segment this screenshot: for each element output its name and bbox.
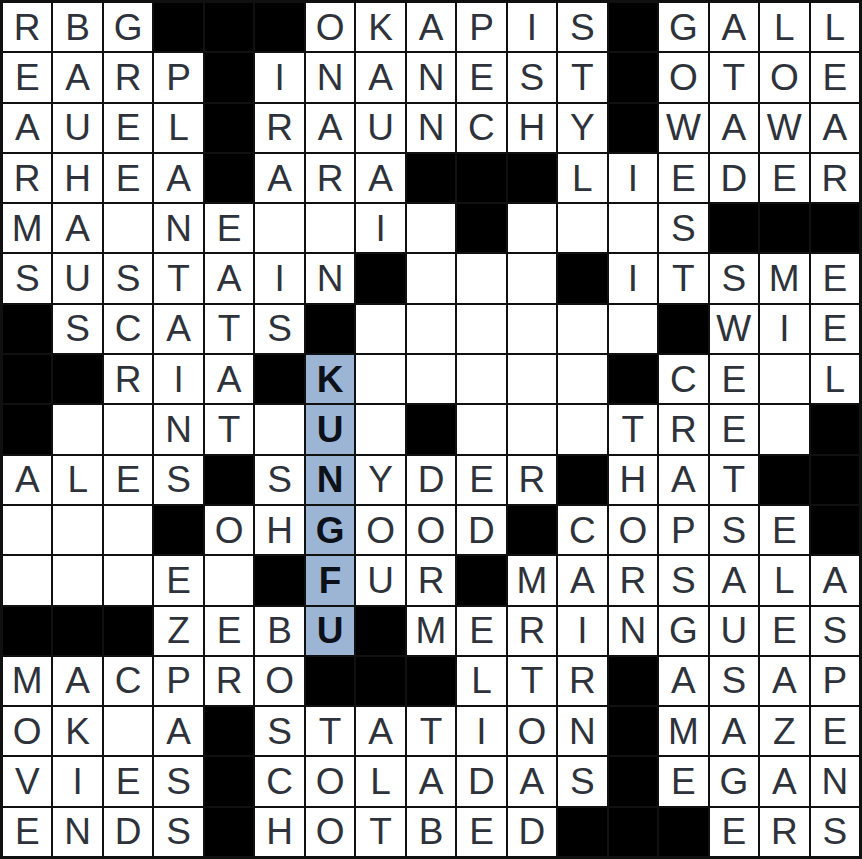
cell-r10c13[interactable]: H <box>609 456 657 504</box>
cell-letter: R <box>569 662 596 699</box>
cell-r2c17[interactable]: E <box>811 53 859 101</box>
cell-r8c8[interactable] <box>356 355 404 403</box>
cell-r16c2[interactable]: I <box>53 757 101 805</box>
black-square-r7c14 <box>659 305 707 353</box>
cell-r15c3[interactable] <box>104 707 152 755</box>
cell-r8c15[interactable]: E <box>710 355 758 403</box>
cell-r5c5[interactable]: E <box>205 204 253 252</box>
cell-r15c10[interactable]: I <box>457 707 505 755</box>
cell-r10c2[interactable]: L <box>53 456 101 504</box>
cell-letter: A <box>822 562 847 599</box>
cell-r2c2[interactable]: A <box>53 53 101 101</box>
cell-r1c1[interactable]: R <box>3 3 51 51</box>
cell-r12c7[interactable]: F <box>306 556 354 604</box>
cell-r16c8[interactable]: L <box>356 757 404 805</box>
cell-r12c13[interactable]: R <box>609 556 657 604</box>
cell-r1c8[interactable]: K <box>356 3 404 51</box>
cell-r16c11[interactable]: A <box>508 757 556 805</box>
cell-r13c14[interactable]: G <box>659 607 707 655</box>
cell-r11c8[interactable]: O <box>356 506 404 554</box>
cell-r7c13[interactable] <box>609 305 657 353</box>
cell-r2c7[interactable]: N <box>306 53 354 101</box>
cell-r2c12[interactable]: T <box>558 53 606 101</box>
cell-r6c15[interactable]: S <box>710 254 758 302</box>
cell-r7c11[interactable] <box>508 305 556 353</box>
cell-letter: C <box>115 310 142 347</box>
cell-r2c14[interactable]: O <box>659 53 707 101</box>
cell-r15c14[interactable]: M <box>659 707 707 755</box>
cell-r10c7[interactable]: N <box>306 456 354 504</box>
cell-r7c17[interactable]: E <box>811 305 859 353</box>
cell-r8c11[interactable] <box>508 355 556 403</box>
cell-r5c7[interactable] <box>306 204 354 252</box>
cell-r10c10[interactable]: E <box>457 456 505 504</box>
cell-r1c9[interactable]: A <box>407 3 455 51</box>
cell-r9c11[interactable] <box>508 405 556 453</box>
cell-r1c7[interactable]: O <box>306 3 354 51</box>
cell-letter: Z <box>773 713 796 750</box>
cell-letter: M <box>416 612 447 649</box>
cell-r8c16[interactable] <box>760 355 808 403</box>
cell-r7c12[interactable] <box>558 305 606 353</box>
cell-r4c4[interactable]: A <box>154 154 202 202</box>
cell-r2c8[interactable]: A <box>356 53 404 101</box>
cell-r13c17[interactable]: S <box>811 607 859 655</box>
cell-r12c4[interactable]: E <box>154 556 202 604</box>
cell-r8c4[interactable]: I <box>154 355 202 403</box>
cell-r7c2[interactable]: S <box>53 305 101 353</box>
cell-r16c12[interactable]: S <box>558 757 606 805</box>
black-square-r17c5 <box>205 808 253 856</box>
cell-r2c1[interactable]: E <box>3 53 51 101</box>
cell-r6c14[interactable]: T <box>659 254 707 302</box>
cell-r17c4[interactable]: S <box>154 808 202 856</box>
cell-r17c10[interactable]: E <box>457 808 505 856</box>
cell-r9c16[interactable] <box>760 405 808 453</box>
cell-r11c6[interactable]: H <box>255 506 303 554</box>
cell-r13c7[interactable]: U <box>306 607 354 655</box>
cell-letter: K <box>317 361 344 398</box>
cell-letter: T <box>622 411 645 448</box>
cell-r17c11[interactable]: D <box>508 808 556 856</box>
cell-r5c6[interactable] <box>255 204 303 252</box>
cell-r4c14[interactable]: E <box>659 154 707 202</box>
cell-r3c2[interactable]: U <box>53 104 101 152</box>
cell-r11c9[interactable]: O <box>407 506 455 554</box>
cell-r17c7[interactable]: O <box>306 808 354 856</box>
cell-letter: I <box>174 361 184 398</box>
cell-r16c16[interactable]: A <box>760 757 808 805</box>
black-square-r1c6 <box>255 3 303 51</box>
cell-r12c3[interactable] <box>104 556 152 604</box>
cell-r11c13[interactable]: O <box>609 506 657 554</box>
cell-r1c17[interactable]: L <box>811 3 859 51</box>
cell-r9c12[interactable] <box>558 405 606 453</box>
cell-letter: R <box>115 361 142 398</box>
cell-r16c6[interactable]: C <box>255 757 303 805</box>
cell-r13c10[interactable]: E <box>457 607 505 655</box>
cell-r2c4[interactable]: P <box>154 53 202 101</box>
cell-r6c1[interactable]: S <box>3 254 51 302</box>
cell-r6c9[interactable] <box>407 254 455 302</box>
cell-r13c12[interactable]: I <box>558 607 606 655</box>
cell-r17c17[interactable]: S <box>811 808 859 856</box>
cell-r3c1[interactable]: A <box>3 104 51 152</box>
cell-r17c16[interactable]: R <box>760 808 808 856</box>
cell-r12c5[interactable] <box>205 556 253 604</box>
cell-r11c3[interactable] <box>104 506 152 554</box>
cell-r7c10[interactable] <box>457 305 505 353</box>
cell-r5c2[interactable]: A <box>53 204 101 252</box>
cell-r15c8[interactable]: A <box>356 707 404 755</box>
cell-letter: E <box>15 813 40 850</box>
cell-r15c17[interactable]: E <box>811 707 859 755</box>
cell-letter: A <box>721 713 746 750</box>
cell-r13c5[interactable]: E <box>205 607 253 655</box>
cell-r9c15[interactable]: E <box>710 405 758 453</box>
cell-r5c11[interactable] <box>508 204 556 252</box>
cell-r15c15[interactable]: A <box>710 707 758 755</box>
cell-r7c5[interactable]: T <box>205 305 253 353</box>
cell-letter: I <box>274 260 284 297</box>
cell-r14c1[interactable]: M <box>3 657 51 705</box>
cell-r4c3[interactable]: E <box>104 154 152 202</box>
cell-r8c5[interactable]: A <box>205 355 253 403</box>
cell-letter: U <box>317 612 344 649</box>
cell-r4c13[interactable]: I <box>609 154 657 202</box>
black-square-r4c5 <box>205 154 253 202</box>
cell-letter: E <box>822 59 847 96</box>
cell-letter: N <box>569 713 596 750</box>
cell-r11c5[interactable]: O <box>205 506 253 554</box>
cell-r7c3[interactable]: C <box>104 305 152 353</box>
cell-r3c3[interactable]: E <box>104 104 152 152</box>
cell-r16c3[interactable]: E <box>104 757 152 805</box>
cell-r12c14[interactable]: S <box>659 556 707 604</box>
cell-letter: U <box>64 109 91 146</box>
cell-r12c11[interactable]: M <box>508 556 556 604</box>
cell-r16c4[interactable]: S <box>154 757 202 805</box>
cell-letter: N <box>620 612 647 649</box>
cell-r8c14[interactable]: C <box>659 355 707 403</box>
cell-r10c14[interactable]: A <box>659 456 707 504</box>
cell-r2c10[interactable]: E <box>457 53 505 101</box>
cell-r9c2[interactable] <box>53 405 101 453</box>
cell-r3c16[interactable]: W <box>760 104 808 152</box>
cell-r9c14[interactable]: R <box>659 405 707 453</box>
cell-r12c16[interactable]: L <box>760 556 808 604</box>
cell-r5c13[interactable] <box>609 204 657 252</box>
cell-r5c14[interactable]: S <box>659 204 707 252</box>
cell-letter: R <box>14 160 41 197</box>
cell-r8c3[interactable]: R <box>104 355 152 403</box>
cell-r7c8[interactable] <box>356 305 404 353</box>
cell-r14c14[interactable]: A <box>659 657 707 705</box>
cell-letter: W <box>767 109 802 146</box>
cell-letter: T <box>319 713 342 750</box>
cell-r2c16[interactable]: O <box>760 53 808 101</box>
cell-r15c2[interactable]: K <box>53 707 101 755</box>
cell-r17c1[interactable]: E <box>3 808 51 856</box>
cell-r6c2[interactable]: U <box>53 254 101 302</box>
cell-letter: A <box>368 160 393 197</box>
cell-r1c3[interactable]: G <box>104 3 152 51</box>
cell-r17c3[interactable]: D <box>104 808 152 856</box>
cell-r1c10[interactable]: P <box>457 3 505 51</box>
cell-r9c13[interactable]: T <box>609 405 657 453</box>
cell-r16c1[interactable]: V <box>3 757 51 805</box>
cell-letter: A <box>15 109 40 146</box>
cell-r17c15[interactable]: E <box>710 808 758 856</box>
cell-r15c1[interactable]: O <box>3 707 51 755</box>
cell-r6c4[interactable]: T <box>154 254 202 302</box>
cell-letter: I <box>577 612 587 649</box>
cell-r10c11[interactable]: R <box>508 456 556 504</box>
cell-r17c2[interactable]: N <box>53 808 101 856</box>
cell-letter: S <box>166 763 191 800</box>
cell-r13c13[interactable]: N <box>609 607 657 655</box>
black-square-r3c5 <box>205 104 253 152</box>
cell-r6c5[interactable]: A <box>205 254 253 302</box>
cell-r11c7[interactable]: G <box>306 506 354 554</box>
cell-r8c7[interactable]: K <box>306 355 354 403</box>
cell-r15c16[interactable]: Z <box>760 707 808 755</box>
black-square-r17c14 <box>659 808 707 856</box>
cell-r14c4[interactable]: P <box>154 657 202 705</box>
cell-r15c11[interactable]: O <box>508 707 556 755</box>
cell-r11c10[interactable]: D <box>457 506 505 554</box>
cell-r4c7[interactable]: R <box>306 154 354 202</box>
cell-r17c8[interactable]: T <box>356 808 404 856</box>
cell-letter: S <box>267 310 292 347</box>
cell-r12c2[interactable] <box>53 556 101 604</box>
cell-r13c9[interactable]: M <box>407 607 455 655</box>
cell-r15c12[interactable]: N <box>558 707 606 755</box>
cell-r15c4[interactable]: A <box>154 707 202 755</box>
cell-letter: E <box>469 612 494 649</box>
cell-letter: R <box>771 813 798 850</box>
cell-letter: A <box>65 59 90 96</box>
cell-r1c11[interactable]: I <box>508 3 556 51</box>
black-square-r14c9 <box>407 657 455 705</box>
cell-r6c7[interactable]: N <box>306 254 354 302</box>
cell-r15c9[interactable]: T <box>407 707 455 755</box>
cell-r6c13[interactable]: I <box>609 254 657 302</box>
cell-letter: A <box>570 562 595 599</box>
cell-r1c16[interactable]: L <box>760 3 808 51</box>
cell-r10c1[interactable]: A <box>3 456 51 504</box>
cell-r12c9[interactable]: R <box>407 556 455 604</box>
cell-r13c6[interactable]: B <box>255 607 303 655</box>
cell-r3c4[interactable]: L <box>154 104 202 152</box>
cell-letter: I <box>73 763 83 800</box>
cell-r12c15[interactable]: A <box>710 556 758 604</box>
cell-r10c15[interactable]: T <box>710 456 758 504</box>
black-square-r7c7 <box>306 305 354 353</box>
cell-r14c10[interactable]: L <box>457 657 505 705</box>
cell-r5c4[interactable]: N <box>154 204 202 252</box>
cell-r11c14[interactable]: P <box>659 506 707 554</box>
cell-r3c7[interactable]: A <box>306 104 354 152</box>
cell-letter: N <box>165 210 192 247</box>
cell-r11c2[interactable] <box>53 506 101 554</box>
cell-letter: S <box>15 260 40 297</box>
cell-r7c16[interactable]: I <box>760 305 808 353</box>
cell-r10c6[interactable]: S <box>255 456 303 504</box>
cell-r12c1[interactable] <box>3 556 51 604</box>
cell-r4c1[interactable]: R <box>3 154 51 202</box>
cell-r4c15[interactable]: D <box>710 154 758 202</box>
black-square-r12c6 <box>255 556 303 604</box>
cell-r4c6[interactable]: A <box>255 154 303 202</box>
black-square-r13c8 <box>356 607 404 655</box>
cell-r1c12[interactable]: S <box>558 3 606 51</box>
cell-r14c2[interactable]: A <box>53 657 101 705</box>
cell-r16c10[interactable]: D <box>457 757 505 805</box>
cell-r8c9[interactable] <box>407 355 455 403</box>
cell-r6c3[interactable]: S <box>104 254 152 302</box>
cell-r10c9[interactable]: D <box>407 456 455 504</box>
cell-r14c15[interactable]: S <box>710 657 758 705</box>
cell-r7c4[interactable]: A <box>154 305 202 353</box>
cell-r3c11[interactable]: H <box>508 104 556 152</box>
cell-r8c17[interactable]: L <box>811 355 859 403</box>
cell-r17c9[interactable]: B <box>407 808 455 856</box>
cell-r3c8[interactable]: U <box>356 104 404 152</box>
cell-letter: D <box>519 813 546 850</box>
cell-r4c8[interactable]: A <box>356 154 404 202</box>
cell-r14c5[interactable]: R <box>205 657 253 705</box>
cell-r3c10[interactable]: C <box>457 104 505 152</box>
cell-r14c16[interactable]: A <box>760 657 808 705</box>
cell-r13c16[interactable]: E <box>760 607 808 655</box>
cell-r2c11[interactable]: S <box>508 53 556 101</box>
cell-r11c15[interactable]: S <box>710 506 758 554</box>
cell-r3c17[interactable]: A <box>811 104 859 152</box>
cell-r2c15[interactable]: T <box>710 53 758 101</box>
cell-r16c17[interactable]: N <box>811 757 859 805</box>
cell-letter: K <box>65 713 90 750</box>
cell-r5c1[interactable]: M <box>3 204 51 252</box>
cell-r16c7[interactable]: O <box>306 757 354 805</box>
cell-letter: R <box>317 160 344 197</box>
cell-r11c1[interactable] <box>3 506 51 554</box>
cell-letter: E <box>469 813 494 850</box>
cell-r9c8[interactable] <box>356 405 404 453</box>
cell-r6c11[interactable] <box>508 254 556 302</box>
cell-r9c3[interactable] <box>104 405 152 453</box>
cell-r7c6[interactable]: S <box>255 305 303 353</box>
cell-letter: E <box>116 109 141 146</box>
cell-r1c2[interactable]: B <box>53 3 101 51</box>
cell-r17c6[interactable]: H <box>255 808 303 856</box>
cell-r1c15[interactable]: A <box>710 3 758 51</box>
cell-r14c6[interactable]: O <box>255 657 303 705</box>
cell-letter: T <box>571 59 594 96</box>
cell-r3c15[interactable]: A <box>710 104 758 152</box>
cell-r3c9[interactable]: N <box>407 104 455 152</box>
cell-r8c10[interactable] <box>457 355 505 403</box>
cell-r9c10[interactable] <box>457 405 505 453</box>
cell-r2c3[interactable]: R <box>104 53 152 101</box>
cell-r14c3[interactable]: C <box>104 657 152 705</box>
cell-r5c12[interactable] <box>558 204 606 252</box>
cell-r3c14[interactable]: W <box>659 104 707 152</box>
cell-r10c8[interactable]: Y <box>356 456 404 504</box>
cell-letter: S <box>822 813 847 850</box>
black-square-r9c17 <box>811 405 859 453</box>
cell-letter: Y <box>570 109 595 146</box>
cell-letter: R <box>620 562 647 599</box>
cell-r4c12[interactable]: L <box>558 154 606 202</box>
cell-r5c8[interactable]: I <box>356 204 404 252</box>
cell-r13c11[interactable]: R <box>508 607 556 655</box>
cell-r11c12[interactable]: C <box>558 506 606 554</box>
cell-r3c12[interactable]: Y <box>558 104 606 152</box>
cell-r14c11[interactable]: T <box>508 657 556 705</box>
cell-r14c12[interactable]: R <box>558 657 606 705</box>
cell-r3c6[interactable]: R <box>255 104 303 152</box>
cell-r5c3[interactable] <box>104 204 152 252</box>
cell-r10c4[interactable]: S <box>154 456 202 504</box>
cell-r12c17[interactable]: A <box>811 556 859 604</box>
cell-r11c16[interactable]: E <box>760 506 808 554</box>
cell-r6c17[interactable]: E <box>811 254 859 302</box>
cell-letter: H <box>64 160 91 197</box>
cell-r7c9[interactable] <box>407 305 455 353</box>
cell-r9c7[interactable]: U <box>306 405 354 453</box>
cell-r9c4[interactable]: N <box>154 405 202 453</box>
cell-r6c6[interactable]: I <box>255 254 303 302</box>
cell-r13c15[interactable]: U <box>710 607 758 655</box>
cell-letter: N <box>64 813 91 850</box>
cell-r15c6[interactable]: S <box>255 707 303 755</box>
cell-r6c16[interactable]: M <box>760 254 808 302</box>
cell-letter: S <box>166 813 191 850</box>
cell-r9c6[interactable] <box>255 405 303 453</box>
cell-letter: A <box>217 260 242 297</box>
cell-letter: E <box>772 512 797 549</box>
cell-r2c6[interactable]: I <box>255 53 303 101</box>
black-square-r11c17 <box>811 506 859 554</box>
cell-letter: L <box>168 109 189 146</box>
cell-r7c15[interactable]: W <box>710 305 758 353</box>
black-square-r1c13 <box>609 3 657 51</box>
cell-r4c2[interactable]: H <box>53 154 101 202</box>
cell-r16c9[interactable]: A <box>407 757 455 805</box>
cell-r4c16[interactable]: E <box>760 154 808 202</box>
cell-r16c15[interactable]: G <box>710 757 758 805</box>
black-square-r8c6 <box>255 355 303 403</box>
cell-letter: W <box>666 109 701 146</box>
cell-r9c5[interactable]: T <box>205 405 253 453</box>
black-square-r7c1 <box>3 305 51 353</box>
cell-r6c10[interactable] <box>457 254 505 302</box>
cell-r12c12[interactable]: A <box>558 556 606 604</box>
black-square-r17c12 <box>558 808 606 856</box>
cell-r12c8[interactable]: U <box>356 556 404 604</box>
cell-r10c3[interactable]: E <box>104 456 152 504</box>
cell-r15c7[interactable]: T <box>306 707 354 755</box>
cell-r14c17[interactable]: P <box>811 657 859 705</box>
cell-r5c9[interactable] <box>407 204 455 252</box>
cell-r2c9[interactable]: N <box>407 53 455 101</box>
cell-r1c14[interactable]: G <box>659 3 707 51</box>
cell-r8c12[interactable] <box>558 355 606 403</box>
cell-r4c17[interactable]: R <box>811 154 859 202</box>
cell-r13c4[interactable]: Z <box>154 607 202 655</box>
cell-r16c14[interactable]: E <box>659 757 707 805</box>
